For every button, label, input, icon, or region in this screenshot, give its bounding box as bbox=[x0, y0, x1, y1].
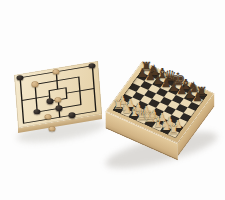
morris-peg-black-c3 bbox=[47, 98, 54, 104]
morris-peg-black-loose-d1-g1 bbox=[68, 113, 75, 119]
morris-peg-natural-loose-b2-c3 bbox=[44, 114, 51, 120]
morris-peg-black-a7 bbox=[17, 75, 24, 81]
morris-peg-black-d2 bbox=[56, 106, 63, 112]
chess-piece-dark-pawn: ♟ bbox=[192, 91, 203, 103]
morris-peg-natural-d7 bbox=[53, 69, 60, 75]
morris-peg-natural-d3 bbox=[55, 97, 62, 103]
morris-peg-black-g7 bbox=[89, 63, 96, 69]
chess-piece-light-rook: ♜ bbox=[168, 123, 179, 135]
morris-peg-black-b2 bbox=[34, 109, 41, 115]
product-photo-scene: ♜♞♝♛♚♝♞♜♟♟♟♟♟♟♟♟♟♟♟♟♟♟♟♟♜♞♝♛♚♝♞♜ bbox=[0, 0, 225, 200]
morris-peg-natural-loose-bottom-margin bbox=[49, 126, 56, 132]
morris-peg-natural-b6 bbox=[32, 82, 39, 88]
